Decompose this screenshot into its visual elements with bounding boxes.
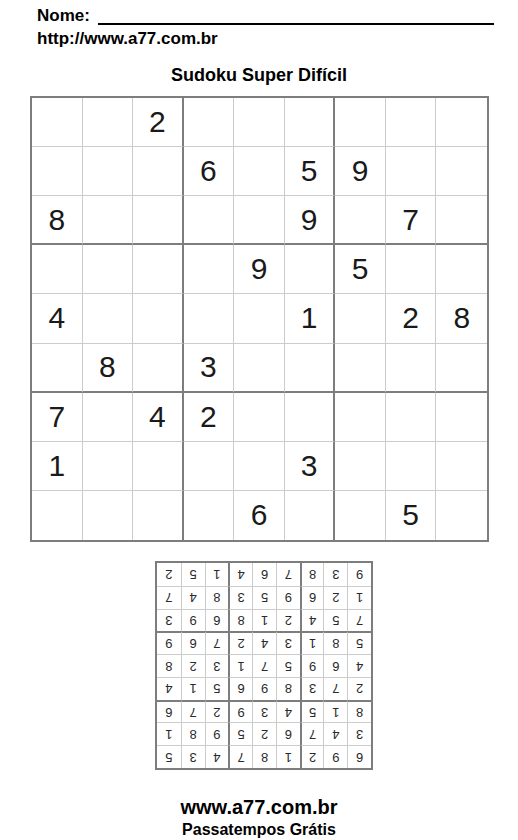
solution-cell-r7c7: 6: [205, 609, 229, 632]
sudoku-cell-r4c3[interactable]: [133, 245, 184, 294]
solution-cell-r8c9: 7: [157, 586, 181, 609]
solution-cell-r4c1: 2: [347, 677, 371, 700]
sudoku-cell-r1c4[interactable]: [184, 98, 235, 147]
sudoku-cell-r4c4[interactable]: [184, 245, 235, 294]
sudoku-cell-r8c7[interactable]: [335, 442, 386, 491]
solution-cell-r3c6: 9: [228, 700, 252, 723]
solution-cell-r8c8: 4: [181, 586, 205, 609]
sudoku-cell-r1c5[interactable]: [234, 98, 285, 147]
sudoku-cell-r1c3[interactable]: 2: [133, 98, 184, 147]
sudoku-cell-r1c7[interactable]: [335, 98, 386, 147]
solution-cell-r6c2: 8: [323, 631, 347, 654]
solution-cell-r6c1: 5: [347, 631, 371, 654]
solution-cell-r5c8: 2: [181, 654, 205, 677]
sudoku-cell-r2c2[interactable]: [83, 147, 134, 196]
solution-cell-r1c4: 1: [276, 745, 300, 768]
sudoku-cell-r8c5[interactable]: [234, 442, 285, 491]
solution-cell-r8c6: 3: [228, 586, 252, 609]
solution-cell-r2c5: 2: [252, 722, 276, 745]
solution-cell-r7c4: 2: [276, 609, 300, 632]
sudoku-cell-r5c2[interactable]: [83, 294, 134, 343]
sudoku-cell-r2c6[interactable]: 5: [285, 147, 336, 196]
sudoku-cell-r7c3[interactable]: 4: [133, 393, 184, 442]
solution-cell-r9c3: 8: [300, 563, 324, 586]
solution-cell-r4c5: 9: [252, 677, 276, 700]
solution-cell-r6c7: 7: [205, 631, 229, 654]
solution-cell-r3c9: 6: [157, 700, 181, 723]
solution-cell-r8c3: 6: [300, 586, 324, 609]
solution-cell-r6c8: 6: [181, 631, 205, 654]
sudoku-cell-r3c3[interactable]: [133, 196, 184, 245]
solution-cell-r9c8: 5: [181, 563, 205, 586]
sudoku-cell-r1c6[interactable]: [285, 98, 336, 147]
sudoku-cell-r9c7[interactable]: [335, 491, 386, 540]
sudoku-cell-r3c2[interactable]: [83, 196, 134, 245]
solution-cell-r3c1: 8: [347, 700, 371, 723]
sudoku-cell-r6c4[interactable]: 3: [184, 344, 235, 393]
sudoku-cell-r4c2[interactable]: [83, 245, 134, 294]
sudoku-cell-r6c9[interactable]: [436, 344, 487, 393]
sudoku-cell-r3c7[interactable]: [335, 196, 386, 245]
name-label: Nome:: [37, 6, 90, 26]
sudoku-cell-r5c3[interactable]: [133, 294, 184, 343]
sudoku-cell-r6c3[interactable]: [133, 344, 184, 393]
footer: www.a77.com.br Passatempos Grátis: [0, 796, 518, 839]
sudoku-cell-r3c4[interactable]: [184, 196, 235, 245]
solution-cell-r6c4: 3: [276, 631, 300, 654]
sudoku-cell-r9c9[interactable]: [436, 491, 487, 540]
sudoku-cell-r6c2[interactable]: 8: [83, 344, 134, 393]
sudoku-cell-r2c1[interactable]: [32, 147, 83, 196]
sudoku-cell-r8c2[interactable]: [83, 442, 134, 491]
sudoku-cell-r2c4[interactable]: 6: [184, 147, 235, 196]
solution-cell-r6c6: 2: [228, 631, 252, 654]
sudoku-cell-r6c6[interactable]: [285, 344, 336, 393]
solution-cell-r6c5: 4: [252, 631, 276, 654]
solution-cell-r7c6: 8: [228, 609, 252, 632]
sudoku-cell-r8c1[interactable]: 1: [32, 442, 83, 491]
sudoku-cell-r4c7[interactable]: 5: [335, 245, 386, 294]
solution-cell-r4c9: 4: [157, 677, 181, 700]
footer-site-text: www.a77.com.br: [0, 796, 518, 819]
sudoku-cell-r5c8[interactable]: 2: [386, 294, 437, 343]
sudoku-cell-r1c8[interactable]: [386, 98, 437, 147]
sudoku-cell-r7c4[interactable]: 2: [184, 393, 235, 442]
sudoku-cell-r3c1[interactable]: 8: [32, 196, 83, 245]
solution-cell-r5c4: 5: [276, 654, 300, 677]
solution-cell-r5c2: 6: [323, 654, 347, 677]
solution-cell-r2c6: 5: [228, 722, 252, 745]
sudoku-cell-r7c5[interactable]: [234, 393, 285, 442]
sudoku-cell-r8c9[interactable]: [436, 442, 487, 491]
solution-cell-r3c3: 5: [300, 700, 324, 723]
sudoku-cell-r6c1[interactable]: [32, 344, 83, 393]
solution-cell-r8c5: 5: [252, 586, 276, 609]
solution-cell-r4c3: 3: [300, 677, 324, 700]
solution-cell-r5c3: 9: [300, 654, 324, 677]
sudoku-grid: 2659897954128837421365: [30, 96, 489, 542]
sudoku-cell-r5c7[interactable]: [335, 294, 386, 343]
solution-cell-r1c7: 4: [205, 745, 229, 768]
sudoku-cell-r3c8[interactable]: 7: [386, 196, 437, 245]
solution-cell-r7c8: 9: [181, 609, 205, 632]
solution-cell-r1c8: 3: [181, 745, 205, 768]
solution-cell-r7c9: 3: [157, 609, 181, 632]
sudoku-cell-r7c2[interactable]: [83, 393, 134, 442]
sudoku-cell-r9c2[interactable]: [83, 491, 134, 540]
sudoku-cell-r5c9[interactable]: 8: [436, 294, 487, 343]
solution-cell-r2c8: 8: [181, 722, 205, 745]
solution-cell-r2c2: 4: [323, 722, 347, 745]
sudoku-cell-r8c8[interactable]: [386, 442, 437, 491]
sudoku-cell-r9c5[interactable]: 6: [234, 491, 285, 540]
sudoku-cell-r4c1[interactable]: [32, 245, 83, 294]
sudoku-cell-r4c8[interactable]: [386, 245, 437, 294]
sudoku-cell-r5c4[interactable]: [184, 294, 235, 343]
solution-cell-r9c6: 4: [228, 563, 252, 586]
sudoku-cell-r9c4[interactable]: [184, 491, 235, 540]
solution-cell-r7c1: 7: [347, 609, 371, 632]
sudoku-cell-r6c8[interactable]: [386, 344, 437, 393]
solution-cell-r9c7: 1: [205, 563, 229, 586]
solution-cell-r3c7: 2: [205, 700, 229, 723]
solution-cell-r2c9: 1: [157, 722, 181, 745]
solution-cell-r1c9: 5: [157, 745, 181, 768]
sudoku-cell-r1c9[interactable]: [436, 98, 487, 147]
solution-cell-r9c2: 3: [323, 563, 347, 586]
sudoku-cell-r1c1[interactable]: [32, 98, 83, 147]
solution-cell-r7c5: 1: [252, 609, 276, 632]
sudoku-cell-r3c5[interactable]: [234, 196, 285, 245]
solution-cell-r4c4: 8: [276, 677, 300, 700]
solution-cell-r1c2: 9: [323, 745, 347, 768]
solution-cell-r3c2: 1: [323, 700, 347, 723]
solution-cell-r8c1: 1: [347, 586, 371, 609]
sudoku-cell-r4c9[interactable]: [436, 245, 487, 294]
solution-cell-r9c4: 7: [276, 563, 300, 586]
solution-cell-r2c4: 6: [276, 722, 300, 745]
sudoku-cell-r2c3[interactable]: [133, 147, 184, 196]
footer-tagline-text: Passatempos Grátis: [0, 820, 518, 839]
sudoku-cell-r8c4[interactable]: [184, 442, 235, 491]
name-input-line[interactable]: [98, 21, 494, 25]
solution-cell-r7c3: 4: [300, 609, 324, 632]
sudoku-cell-r9c1[interactable]: [32, 491, 83, 540]
sudoku-cell-r4c5[interactable]: 9: [234, 245, 285, 294]
solution-cell-r8c7: 8: [205, 586, 229, 609]
solution-cell-r6c3: 1: [300, 631, 324, 654]
solution-cell-r5c5: 7: [252, 654, 276, 677]
solution-cell-r8c4: 9: [276, 586, 300, 609]
solution-cell-r6c9: 9: [157, 631, 181, 654]
worksheet-page: Nome: http://www.a77.com.br Sudoku Super…: [0, 6, 518, 839]
solution-grid: 6921874353476259818154392762738965144695…: [155, 561, 373, 770]
sudoku-cell-r3c6[interactable]: 9: [285, 196, 336, 245]
sudoku-cell-r8c6[interactable]: 3: [285, 442, 336, 491]
solution-cell-r5c6: 1: [228, 654, 252, 677]
sudoku-cell-r7c6[interactable]: [285, 393, 336, 442]
sudoku-cell-r7c9[interactable]: [436, 393, 487, 442]
solution-cell-r4c2: 7: [323, 677, 347, 700]
solution-cell-r3c5: 3: [252, 700, 276, 723]
sudoku-cell-r5c5[interactable]: [234, 294, 285, 343]
solution-cell-r1c5: 8: [252, 745, 276, 768]
sudoku-cell-r4c6[interactable]: [285, 245, 336, 294]
solution-cell-r4c8: 1: [181, 677, 205, 700]
solution-cell-r2c1: 3: [347, 722, 371, 745]
solution-cell-r9c9: 2: [157, 563, 181, 586]
solution-cell-r4c6: 6: [228, 677, 252, 700]
sudoku-cell-r6c7[interactable]: [335, 344, 386, 393]
sudoku-cell-r7c7[interactable]: [335, 393, 386, 442]
sudoku-cell-r7c1[interactable]: 7: [32, 393, 83, 442]
solution-cell-r5c7: 3: [205, 654, 229, 677]
site-url-text: http://www.a77.com.br: [37, 28, 494, 50]
solution-cell-r5c9: 8: [157, 654, 181, 677]
sudoku-cell-r9c8[interactable]: 5: [386, 491, 437, 540]
puzzle-title: Sudoku Super Difícil: [0, 65, 518, 86]
sudoku-cell-r9c6[interactable]: [285, 491, 336, 540]
solution-cell-r9c5: 6: [252, 563, 276, 586]
sudoku-cell-r5c6[interactable]: 1: [285, 294, 336, 343]
solution-cell-r7c2: 5: [323, 609, 347, 632]
solution-cell-r2c3: 7: [300, 722, 324, 745]
solution-cell-r2c7: 9: [205, 722, 229, 745]
sudoku-cell-r6c5[interactable]: [234, 344, 285, 393]
name-row: Nome:: [37, 6, 494, 26]
sudoku-cell-r1c2[interactable]: [83, 98, 134, 147]
sudoku-cell-r2c9[interactable]: [436, 147, 487, 196]
sudoku-cell-r2c7[interactable]: 9: [335, 147, 386, 196]
header: Nome: http://www.a77.com.br: [37, 6, 494, 50]
sudoku-cell-r3c9[interactable]: [436, 196, 487, 245]
solution-cell-r8c2: 2: [323, 586, 347, 609]
solution-cell-r9c1: 9: [347, 563, 371, 586]
solution-cell-r3c8: 7: [181, 700, 205, 723]
solution-cell-r5c1: 4: [347, 654, 371, 677]
sudoku-cell-r5c1[interactable]: 4: [32, 294, 83, 343]
solution-cell-r3c4: 4: [276, 700, 300, 723]
sudoku-cell-r9c3[interactable]: [133, 491, 184, 540]
sudoku-cell-r2c8[interactable]: [386, 147, 437, 196]
sudoku-cell-r7c8[interactable]: [386, 393, 437, 442]
solution-cell-r4c7: 5: [205, 677, 229, 700]
solution-cell-r1c3: 2: [300, 745, 324, 768]
sudoku-cell-r2c5[interactable]: [234, 147, 285, 196]
solution-cell-r1c1: 6: [347, 745, 371, 768]
solution-cell-r1c6: 7: [228, 745, 252, 768]
sudoku-cell-r8c3[interactable]: [133, 442, 184, 491]
